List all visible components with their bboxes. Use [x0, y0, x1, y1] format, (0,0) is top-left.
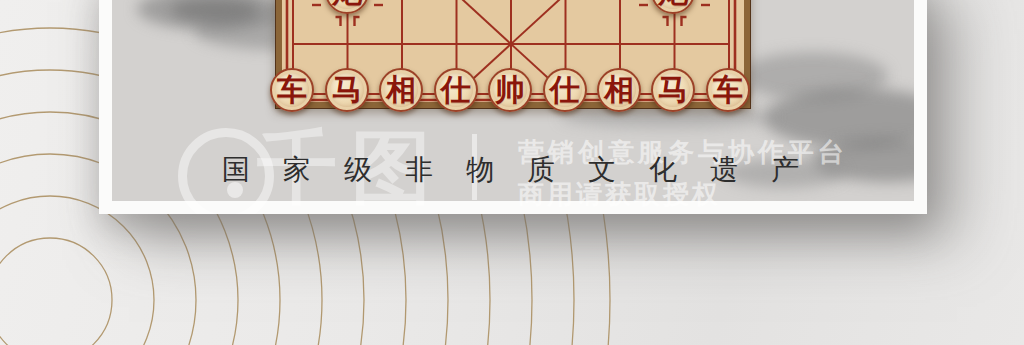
piece-red-chariot-a: 车 [270, 68, 314, 112]
headline-title: 国家级非物质文化遗产 [222, 151, 832, 189]
piece-red-advisor-a: 仕 [434, 68, 478, 112]
piece-red-elephant-a: 相 [379, 68, 423, 112]
piece-red-chariot-b: 车 [706, 68, 750, 112]
piece-red-horse-a: 马 [325, 68, 369, 112]
piece-red-horse-b: 马 [651, 68, 695, 112]
piece-red-elephant-b: 相 [597, 68, 641, 112]
piece-red-advisor-b: 仕 [543, 68, 587, 112]
piece-red-general: 帅 [488, 68, 532, 112]
